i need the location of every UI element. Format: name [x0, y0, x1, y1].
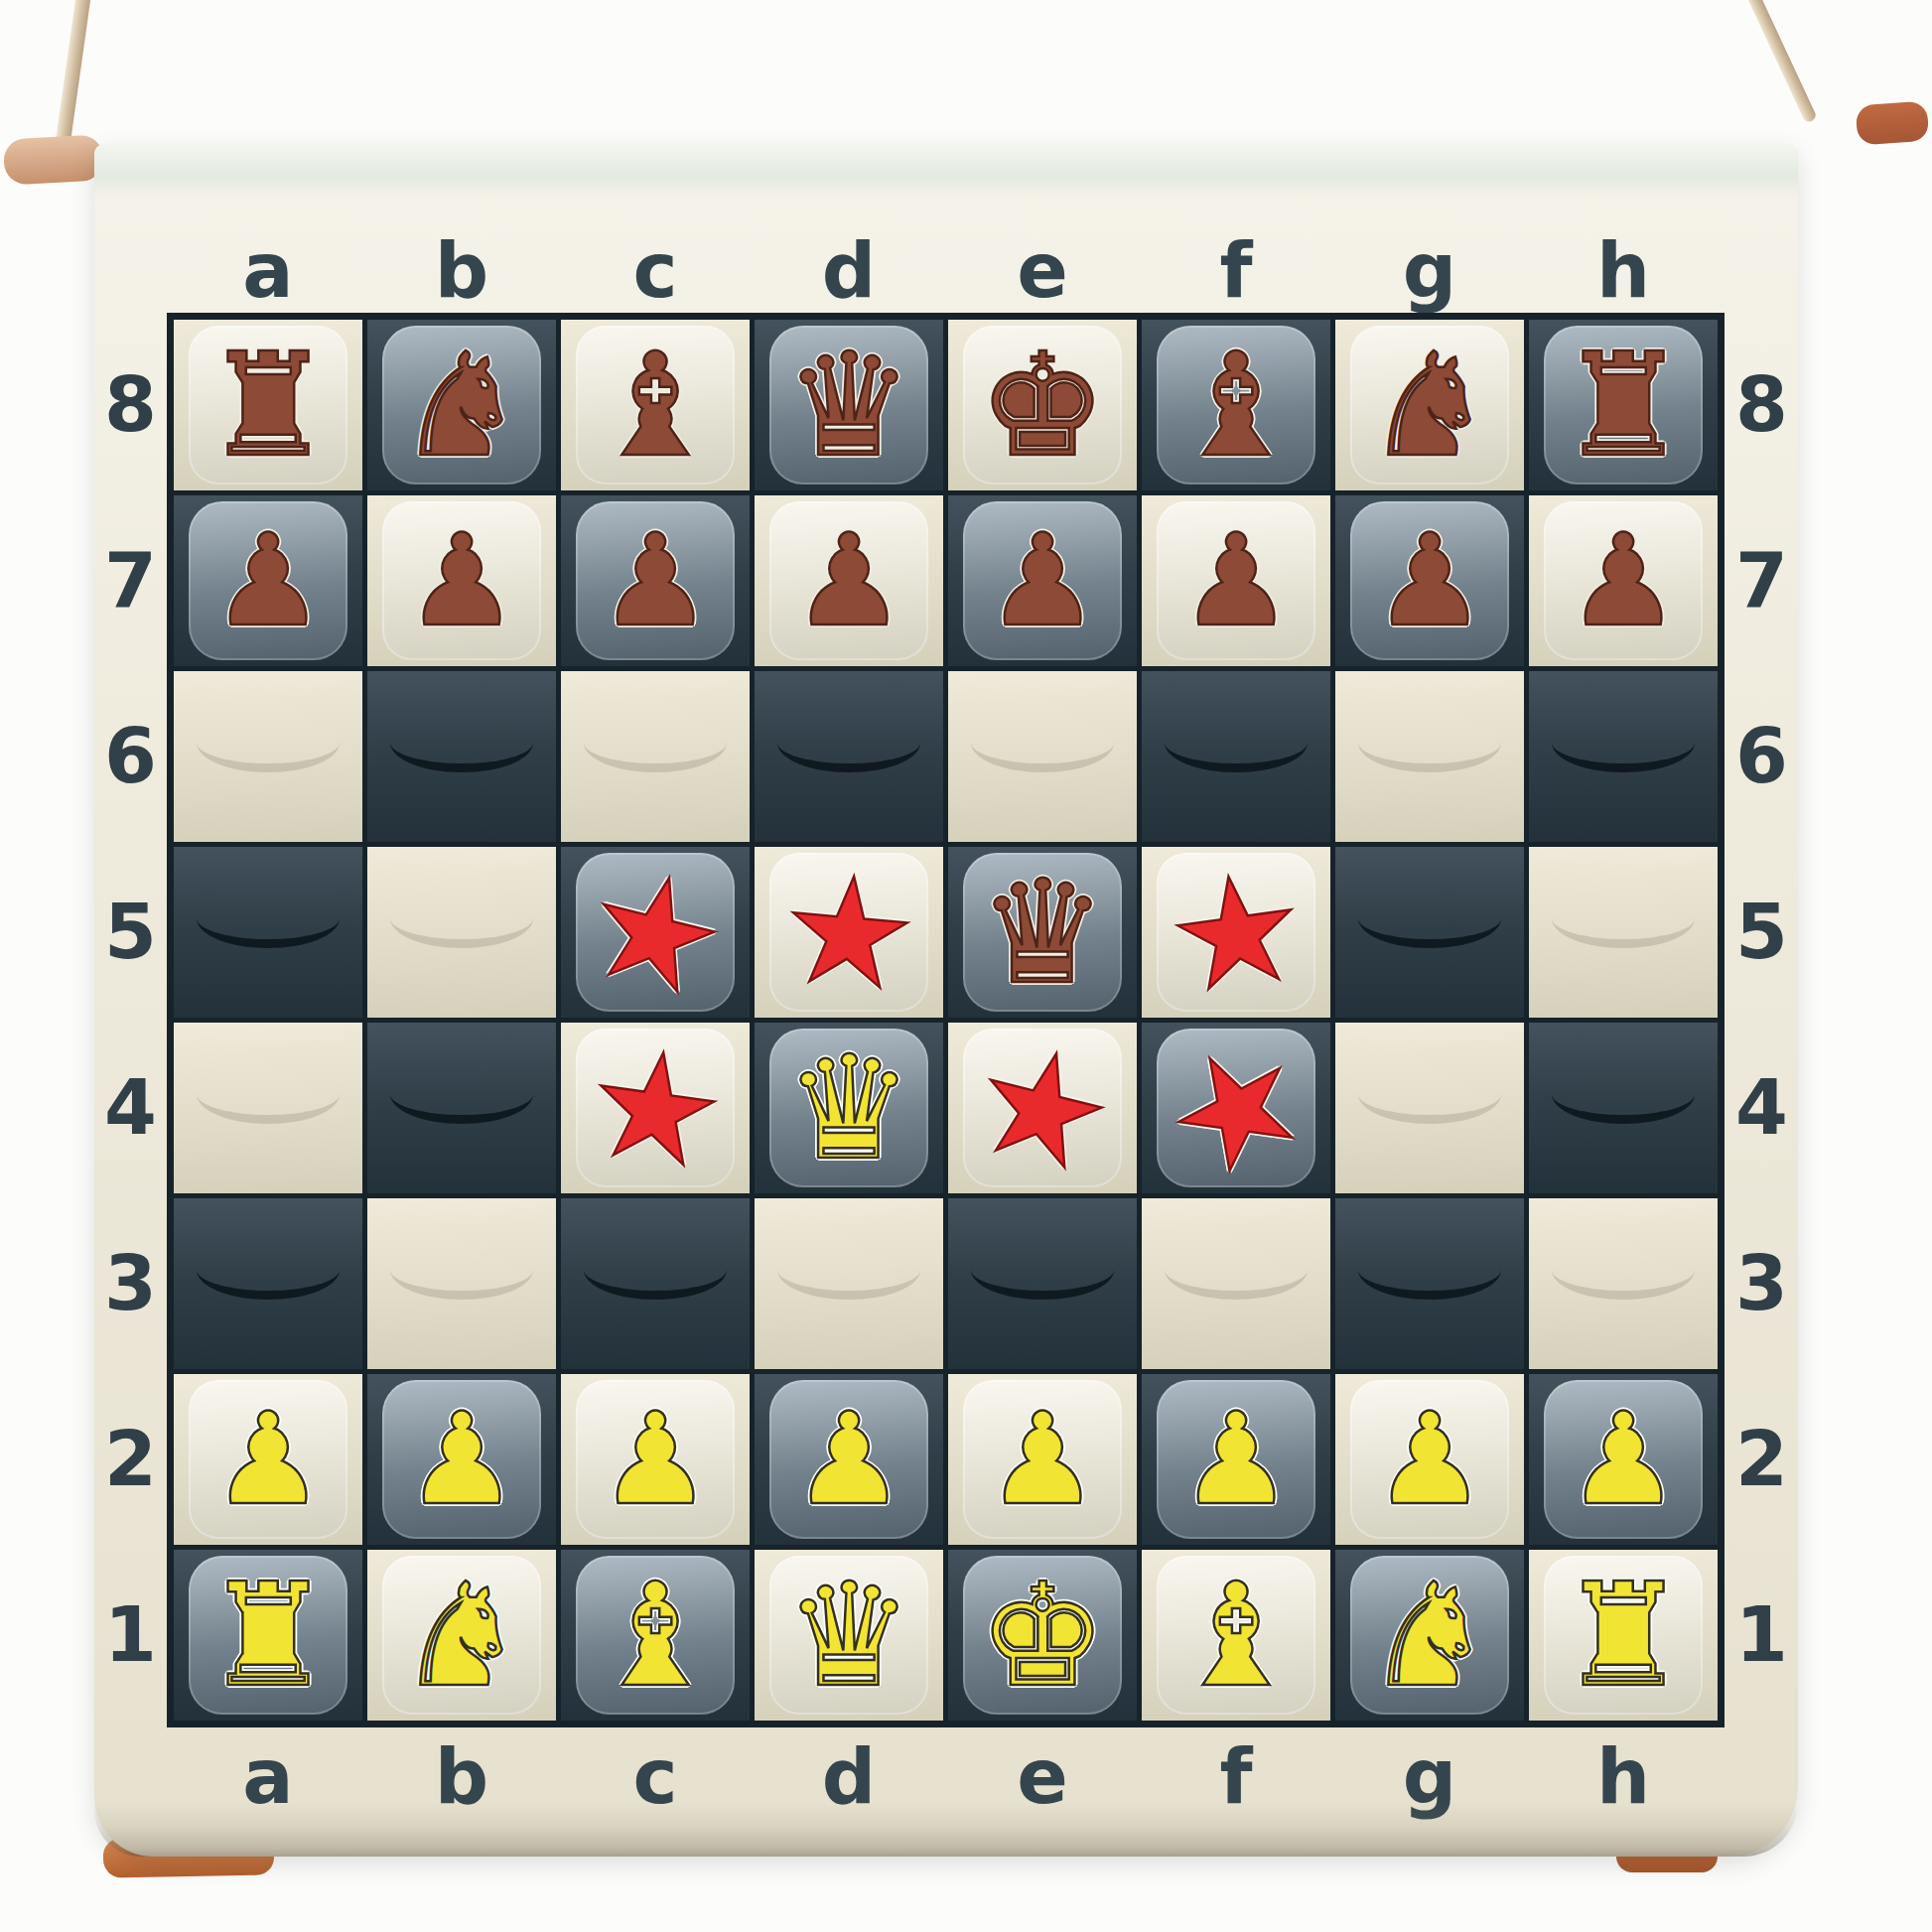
brown-pawn-b7[interactable]: ♟ [405, 517, 519, 644]
square-h1[interactable]: ♜ [1529, 1550, 1718, 1721]
file-label-top-f: f [1219, 233, 1252, 309]
square-b5[interactable] [367, 847, 556, 1018]
square-b8[interactable]: ♞ [367, 320, 556, 490]
pocket-slit [390, 915, 533, 948]
yellow-king-e1[interactable]: ♚ [978, 1564, 1106, 1707]
rank-label-right-4: 4 [1735, 1070, 1788, 1146]
yellow-pawn-g2[interactable]: ♟ [1373, 1396, 1487, 1523]
square-b2[interactable]: ♟ [367, 1374, 556, 1545]
square-g7[interactable]: ♟ [1335, 495, 1524, 666]
star-marker-d5[interactable]: ★ [775, 852, 921, 1012]
square-a3[interactable] [174, 1198, 362, 1369]
hanging-rope-right-icon [1743, 0, 1818, 124]
pocket-card: ♞ [382, 326, 541, 484]
file-label-top-g: g [1403, 233, 1456, 309]
square-h8[interactable]: ♜ [1529, 320, 1718, 490]
square-e5[interactable]: ♛ [948, 847, 1137, 1018]
rank-label-right-2: 2 [1735, 1422, 1788, 1497]
square-f5[interactable]: ★ [1142, 847, 1330, 1018]
file-label-top-c: c [632, 233, 677, 309]
square-a2[interactable]: ♟ [174, 1374, 362, 1545]
pocket-slit [971, 1267, 1114, 1300]
pocket-card: ♟ [963, 501, 1122, 660]
yellow-bishop-c1[interactable]: ♝ [591, 1564, 719, 1707]
pocket-card: ♚ [963, 1556, 1122, 1715]
pocket-card: ★ [1157, 853, 1315, 1012]
pocket-slit [1165, 1267, 1308, 1300]
rank-label-right-7: 7 [1735, 543, 1788, 619]
pocket-card: ★ [576, 853, 735, 1012]
square-h2[interactable]: ♟ [1529, 1374, 1718, 1545]
rank-label-left-1: 1 [104, 1597, 157, 1673]
file-label-bottom-b: b [435, 1739, 488, 1815]
pocket-slit [197, 740, 340, 772]
file-label-top-a: a [242, 233, 293, 309]
square-e7[interactable]: ♟ [948, 495, 1137, 666]
file-labels-top: abcdefgh [174, 192, 1718, 315]
pocket-slit [1358, 740, 1501, 772]
demo-board-banner: abcdefgh 87654321 ♜♞♝♛♚♝♞♜♟♟♟♟♟♟♟♟★★♛★★♛… [94, 144, 1798, 1857]
square-f2[interactable]: ♟ [1142, 1374, 1330, 1545]
square-d5[interactable]: ★ [755, 847, 943, 1018]
pocket-slit [777, 1267, 920, 1300]
brown-king-e8[interactable]: ♚ [978, 334, 1106, 477]
pocket-card: ♟ [769, 1380, 928, 1539]
yellow-queen-d4[interactable]: ♛ [784, 1036, 912, 1179]
square-g2[interactable]: ♟ [1335, 1374, 1524, 1545]
square-f7[interactable]: ♟ [1142, 495, 1330, 666]
pocket-slit [584, 1267, 727, 1300]
pocket-slit [1358, 915, 1501, 948]
square-d3[interactable] [755, 1198, 943, 1369]
pocket-card: ♛ [769, 1556, 928, 1715]
rank-label-left-3: 3 [104, 1246, 157, 1321]
rank-labels-right: 87654321 [1725, 313, 1798, 1727]
file-label-bottom-a: a [242, 1739, 293, 1815]
square-g6[interactable] [1335, 671, 1524, 842]
pocket-slit [777, 740, 920, 772]
pocket-card: ★ [769, 853, 928, 1012]
pocket-slit [584, 740, 727, 772]
pocket-card: ♟ [1544, 1380, 1703, 1539]
square-b7[interactable]: ♟ [367, 495, 556, 666]
pocket-card: ★ [1157, 1029, 1315, 1187]
file-label-bottom-h: h [1596, 1739, 1650, 1815]
square-c2[interactable]: ♟ [561, 1374, 750, 1545]
pocket-card: ♟ [1157, 501, 1315, 660]
brown-pawn-g7[interactable]: ♟ [1373, 517, 1487, 644]
square-a7[interactable]: ♟ [174, 495, 362, 666]
square-h7[interactable]: ♟ [1529, 495, 1718, 666]
pocket-card: ♛ [769, 326, 928, 484]
square-e8[interactable]: ♚ [948, 320, 1137, 490]
yellow-pawn-h2[interactable]: ♟ [1567, 1396, 1681, 1523]
square-a5[interactable] [174, 847, 362, 1018]
chess-board: ♜♞♝♛♚♝♞♜♟♟♟♟♟♟♟♟★★♛★★♛★★♟♟♟♟♟♟♟♟♜♞♝♛♚♝♞♜ [167, 313, 1725, 1727]
square-e6[interactable] [948, 671, 1137, 842]
square-g5[interactable] [1335, 847, 1524, 1018]
square-a6[interactable] [174, 671, 362, 842]
pocket-card: ♝ [1157, 1556, 1315, 1715]
pocket-card: ♝ [576, 326, 735, 484]
square-h5[interactable] [1529, 847, 1718, 1018]
top-dowel-left-end [3, 134, 104, 185]
square-a4[interactable] [174, 1023, 362, 1193]
square-d7[interactable]: ♟ [755, 495, 943, 666]
rank-label-right-8: 8 [1735, 367, 1788, 443]
yellow-queen-d1[interactable]: ♛ [784, 1564, 912, 1707]
file-label-top-b: b [435, 233, 488, 309]
file-label-top-h: h [1596, 233, 1650, 309]
rank-label-right-5: 5 [1735, 895, 1788, 970]
pocket-card: ♚ [963, 326, 1122, 484]
pocket-card: ♛ [769, 1029, 928, 1187]
pocket-slit [1165, 740, 1308, 772]
brown-queen-e5[interactable]: ♛ [978, 861, 1106, 1004]
star-marker-c5[interactable]: ★ [573, 844, 739, 1021]
rank-label-right-1: 1 [1735, 1597, 1788, 1673]
pocket-card: ♟ [576, 1380, 735, 1539]
rank-label-left-6: 6 [104, 719, 157, 794]
square-g3[interactable] [1335, 1198, 1524, 1369]
square-d2[interactable]: ♟ [755, 1374, 943, 1545]
square-e3[interactable] [948, 1198, 1137, 1369]
pocket-card: ★ [963, 1029, 1122, 1187]
brown-rook-a8[interactable]: ♜ [204, 334, 332, 477]
brown-pawn-f7[interactable]: ♟ [1179, 517, 1294, 644]
pocket-slit [197, 1267, 340, 1300]
square-f3[interactable] [1142, 1198, 1330, 1369]
pocket-slit [1358, 1267, 1501, 1300]
pocket-slit [197, 1091, 340, 1124]
square-g4[interactable] [1335, 1023, 1524, 1193]
pocket-slit [1552, 740, 1695, 772]
pocket-slit [1358, 1091, 1501, 1124]
square-d4[interactable]: ♛ [755, 1023, 943, 1193]
square-f6[interactable] [1142, 671, 1330, 842]
pocket-card: ♛ [963, 853, 1122, 1012]
brown-knight-g8[interactable]: ♞ [1365, 334, 1493, 477]
pocket-card: ♟ [963, 1380, 1122, 1539]
pocket-slit [197, 915, 340, 948]
pocket-card: ♞ [382, 1556, 541, 1715]
square-a8[interactable]: ♜ [174, 320, 362, 490]
square-c4[interactable]: ★ [561, 1023, 750, 1193]
brown-bishop-c8[interactable]: ♝ [591, 334, 719, 477]
square-c5[interactable]: ★ [561, 847, 750, 1018]
square-f1[interactable]: ♝ [1142, 1550, 1330, 1721]
square-f4[interactable]: ★ [1142, 1023, 1330, 1193]
brown-bishop-f8[interactable]: ♝ [1172, 334, 1300, 477]
pocket-card: ♜ [1544, 1556, 1703, 1715]
file-labels-bottom: abcdefgh [174, 1727, 1718, 1827]
square-e1[interactable]: ♚ [948, 1550, 1137, 1721]
square-b4[interactable] [367, 1023, 556, 1193]
pocket-slit [1552, 1091, 1695, 1124]
pocket-card: ♟ [382, 501, 541, 660]
pocket-card: ♟ [189, 501, 347, 660]
rank-label-right-6: 6 [1735, 719, 1788, 794]
brown-pawn-d7[interactable]: ♟ [792, 517, 906, 644]
pocket-card: ♝ [1157, 326, 1315, 484]
pocket-card: ♜ [189, 326, 347, 484]
banner-top-sleeve [94, 144, 1798, 198]
square-c1[interactable]: ♝ [561, 1550, 750, 1721]
pocket-card: ♜ [189, 1556, 347, 1715]
square-c8[interactable]: ♝ [561, 320, 750, 490]
square-b3[interactable] [367, 1198, 556, 1369]
rank-label-left-2: 2 [104, 1422, 157, 1497]
pocket-card: ♟ [1157, 1380, 1315, 1539]
rank-label-left-7: 7 [104, 543, 157, 619]
brown-rook-h8[interactable]: ♜ [1559, 334, 1687, 477]
pocket-card: ♟ [1350, 1380, 1509, 1539]
square-d1[interactable]: ♛ [755, 1550, 943, 1721]
square-b6[interactable] [367, 671, 556, 842]
rank-label-right-3: 3 [1735, 1246, 1788, 1321]
brown-pawn-e7[interactable]: ♟ [986, 517, 1100, 644]
square-f8[interactable]: ♝ [1142, 320, 1330, 490]
rank-labels-left: 87654321 [94, 313, 167, 1727]
yellow-rook-a1[interactable]: ♜ [204, 1564, 332, 1707]
square-d6[interactable] [755, 671, 943, 842]
yellow-knight-b1[interactable]: ♞ [397, 1564, 525, 1707]
star-marker-c4[interactable]: ★ [579, 1025, 732, 1190]
brown-queen-d8[interactable]: ♛ [784, 334, 912, 477]
pocket-card: ♞ [1350, 326, 1509, 484]
square-h6[interactable] [1529, 671, 1718, 842]
square-c7[interactable]: ♟ [561, 495, 750, 666]
rank-label-left-5: 5 [104, 895, 157, 970]
file-label-top-d: d [822, 233, 876, 309]
star-marker-e4[interactable]: ★ [960, 1020, 1126, 1196]
pocket-slit [1552, 915, 1695, 948]
brown-knight-b8[interactable]: ♞ [397, 334, 525, 477]
square-d8[interactable]: ♛ [755, 320, 943, 490]
file-label-bottom-e: e [1017, 1739, 1068, 1815]
yellow-pawn-b2[interactable]: ♟ [405, 1396, 519, 1523]
pocket-card: ♞ [1350, 1556, 1509, 1715]
file-label-bottom-d: d [822, 1739, 876, 1815]
pocket-card: ♟ [382, 1380, 541, 1539]
square-a1[interactable]: ♜ [174, 1550, 362, 1721]
brown-pawn-c7[interactable]: ♟ [599, 517, 713, 644]
yellow-pawn-c2[interactable]: ♟ [599, 1396, 713, 1523]
pocket-slit [390, 1091, 533, 1124]
file-label-bottom-g: g [1403, 1739, 1456, 1815]
yellow-rook-h1[interactable]: ♜ [1559, 1564, 1687, 1707]
yellow-pawn-a2[interactable]: ♟ [211, 1396, 326, 1523]
square-g8[interactable]: ♞ [1335, 320, 1524, 490]
pocket-card: ♟ [576, 501, 735, 660]
pocket-card: ♟ [1544, 501, 1703, 660]
rank-label-left-4: 4 [104, 1070, 157, 1146]
brown-pawn-h7[interactable]: ♟ [1567, 517, 1681, 644]
file-label-bottom-f: f [1219, 1739, 1252, 1815]
square-c6[interactable] [561, 671, 750, 842]
pocket-card: ♜ [1544, 326, 1703, 484]
pocket-slit [971, 740, 1114, 772]
square-h4[interactable] [1529, 1023, 1718, 1193]
yellow-pawn-e2[interactable]: ♟ [986, 1396, 1100, 1523]
pocket-slit [1552, 1267, 1695, 1300]
pocket-slit [390, 1267, 533, 1300]
brown-pawn-a7[interactable]: ♟ [211, 517, 326, 644]
yellow-bishop-f1[interactable]: ♝ [1172, 1564, 1300, 1707]
square-g1[interactable]: ♞ [1335, 1550, 1524, 1721]
file-label-top-e: e [1017, 233, 1068, 309]
yellow-pawn-d2[interactable]: ♟ [792, 1396, 906, 1523]
square-b1[interactable]: ♞ [367, 1550, 556, 1721]
pocket-card: ♟ [769, 501, 928, 660]
pocket-card: ♝ [576, 1556, 735, 1715]
pocket-slit [390, 740, 533, 772]
star-marker-f4[interactable]: ★ [1142, 1011, 1329, 1205]
star-marker-f5[interactable]: ★ [1160, 849, 1312, 1015]
square-c3[interactable] [561, 1198, 750, 1369]
file-label-bottom-c: c [632, 1739, 677, 1815]
pocket-card: ♟ [189, 1380, 347, 1539]
square-h3[interactable] [1529, 1198, 1718, 1369]
yellow-pawn-f2[interactable]: ♟ [1179, 1396, 1294, 1523]
square-e4[interactable]: ★ [948, 1023, 1137, 1193]
pocket-card: ★ [576, 1029, 735, 1187]
scene: abcdefgh 87654321 ♜♞♝♛♚♝♞♜♟♟♟♟♟♟♟♟★★♛★★♛… [0, 0, 1932, 1932]
top-dowel-right-end [1856, 101, 1930, 146]
rank-label-left-8: 8 [104, 367, 157, 443]
square-e2[interactable]: ♟ [948, 1374, 1137, 1545]
yellow-knight-g1[interactable]: ♞ [1365, 1564, 1493, 1707]
pocket-card: ♟ [1350, 501, 1509, 660]
